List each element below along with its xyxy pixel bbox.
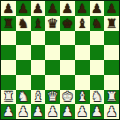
black-pawn[interactable]: ♟ — [106, 2, 118, 15]
white-pawn[interactable]: ♟ — [32, 105, 44, 118]
square-c3[interactable] — [31, 75, 46, 90]
square-c8[interactable]: ♟ — [31, 1, 46, 16]
square-f5[interactable] — [75, 45, 90, 60]
square-d5[interactable] — [45, 45, 60, 60]
square-b2[interactable]: ♞ — [16, 90, 31, 105]
white-pawn[interactable]: ♟ — [62, 105, 74, 118]
square-g3[interactable] — [90, 75, 105, 90]
square-e1[interactable]: ♟ — [60, 104, 75, 119]
square-f6[interactable] — [75, 31, 90, 46]
square-c2[interactable]: ♝ — [31, 90, 46, 105]
black-knight[interactable]: ♞ — [91, 17, 103, 30]
black-pawn[interactable]: ♟ — [32, 2, 44, 15]
square-h2[interactable]: ♜ — [104, 90, 119, 105]
square-e5[interactable] — [60, 45, 75, 60]
black-pawn[interactable]: ♟ — [76, 2, 88, 15]
black-pawn[interactable]: ♟ — [62, 2, 74, 15]
white-pawn[interactable]: ♟ — [76, 105, 88, 118]
black-rook[interactable]: ♜ — [106, 17, 118, 30]
square-a4[interactable] — [1, 60, 16, 75]
square-b4[interactable] — [16, 60, 31, 75]
square-a3[interactable] — [1, 75, 16, 90]
white-bishop[interactable]: ♝ — [76, 90, 88, 103]
square-e2[interactable]: ♚ — [60, 90, 75, 105]
square-e3[interactable] — [60, 75, 75, 90]
white-pawn[interactable]: ♟ — [3, 105, 15, 118]
square-g5[interactable] — [90, 45, 105, 60]
black-bishop[interactable]: ♝ — [32, 17, 44, 30]
square-f7[interactable]: ♝ — [75, 16, 90, 31]
square-a2[interactable]: ♜ — [1, 90, 16, 105]
white-knight[interactable]: ♞ — [91, 90, 103, 103]
square-h8[interactable]: ♟ — [104, 1, 119, 16]
square-b3[interactable] — [16, 75, 31, 90]
black-pawn[interactable]: ♟ — [47, 2, 59, 15]
square-g1[interactable]: ♟ — [90, 104, 105, 119]
square-e7[interactable]: ♚ — [60, 16, 75, 31]
square-h1[interactable]: ♟ — [104, 104, 119, 119]
white-pawn[interactable]: ♟ — [91, 105, 103, 118]
square-h7[interactable]: ♜ — [104, 16, 119, 31]
square-d6[interactable] — [45, 31, 60, 46]
square-d7[interactable]: ♛ — [45, 16, 60, 31]
square-c7[interactable]: ♝ — [31, 16, 46, 31]
white-pawn[interactable]: ♟ — [47, 105, 59, 118]
white-rook[interactable]: ♜ — [3, 90, 15, 103]
white-king[interactable]: ♚ — [62, 90, 74, 103]
square-h4[interactable] — [104, 60, 119, 75]
square-e6[interactable] — [60, 31, 75, 46]
black-knight[interactable]: ♞ — [17, 17, 29, 30]
square-c4[interactable] — [31, 60, 46, 75]
square-b5[interactable] — [16, 45, 31, 60]
square-f8[interactable]: ♟ — [75, 1, 90, 16]
square-c5[interactable] — [31, 45, 46, 60]
square-h3[interactable] — [104, 75, 119, 90]
square-g7[interactable]: ♞ — [90, 16, 105, 31]
square-a1[interactable]: ♟ — [1, 104, 16, 119]
square-h5[interactable] — [104, 45, 119, 60]
square-f1[interactable]: ♟ — [75, 104, 90, 119]
white-pawn[interactable]: ♟ — [17, 105, 29, 118]
square-d3[interactable] — [45, 75, 60, 90]
white-knight[interactable]: ♞ — [17, 90, 29, 103]
square-d4[interactable] — [45, 60, 60, 75]
square-b1[interactable]: ♟ — [16, 104, 31, 119]
square-f3[interactable] — [75, 75, 90, 90]
square-g2[interactable]: ♞ — [90, 90, 105, 105]
black-rook[interactable]: ♜ — [3, 17, 15, 30]
white-rook[interactable]: ♜ — [106, 90, 118, 103]
black-bishop[interactable]: ♝ — [76, 17, 88, 30]
square-c1[interactable]: ♟ — [31, 104, 46, 119]
square-d2[interactable]: ♛ — [45, 90, 60, 105]
square-a6[interactable] — [1, 31, 16, 46]
square-h6[interactable] — [104, 31, 119, 46]
square-a5[interactable] — [1, 45, 16, 60]
square-g8[interactable]: ♟ — [90, 1, 105, 16]
chess-board: ♟♟♟♟♟♟♟♟♜♞♝♛♚♝♞♜♜♞♝♛♚♝♞♜♟♟♟♟♟♟♟♟ — [0, 0, 120, 120]
black-pawn[interactable]: ♟ — [3, 2, 15, 15]
square-g4[interactable] — [90, 60, 105, 75]
square-a7[interactable]: ♜ — [1, 16, 16, 31]
square-d8[interactable]: ♟ — [45, 1, 60, 16]
black-king[interactable]: ♚ — [62, 17, 74, 30]
square-a8[interactable]: ♟ — [1, 1, 16, 16]
square-f4[interactable] — [75, 60, 90, 75]
black-pawn[interactable]: ♟ — [17, 2, 29, 15]
square-b6[interactable] — [16, 31, 31, 46]
black-queen[interactable]: ♛ — [47, 17, 59, 30]
square-b7[interactable]: ♞ — [16, 16, 31, 31]
white-bishop[interactable]: ♝ — [32, 90, 44, 103]
black-pawn[interactable]: ♟ — [91, 2, 103, 15]
white-queen[interactable]: ♛ — [47, 90, 59, 103]
square-e4[interactable] — [60, 60, 75, 75]
square-e8[interactable]: ♟ — [60, 1, 75, 16]
white-pawn[interactable]: ♟ — [106, 105, 118, 118]
square-b8[interactable]: ♟ — [16, 1, 31, 16]
square-g6[interactable] — [90, 31, 105, 46]
square-f2[interactable]: ♝ — [75, 90, 90, 105]
square-c6[interactable] — [31, 31, 46, 46]
square-d1[interactable]: ♟ — [45, 104, 60, 119]
